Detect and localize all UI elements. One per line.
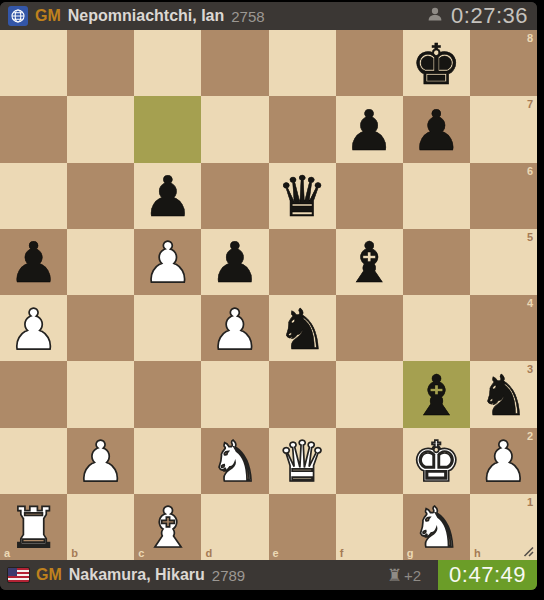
square-h8[interactable]: 8 (470, 30, 537, 96)
square-e6[interactable]: ♛ (269, 163, 336, 229)
file-label-b: b (71, 547, 78, 559)
rank-label-7: 7 (527, 98, 533, 110)
square-h3[interactable]: ♞3 (470, 361, 537, 427)
player-title: GM (36, 566, 62, 584)
square-c1[interactable]: ♝c (134, 494, 201, 560)
square-b8[interactable] (67, 30, 134, 96)
file-label-e: e (273, 547, 279, 559)
square-c7[interactable] (134, 96, 201, 162)
square-b4[interactable] (67, 295, 134, 361)
bottom-player-bar: GM Nakamura, Hikaru 2789 ♜ +2 0:47:49 (0, 560, 537, 590)
black-knight[interactable]: ♞ (478, 365, 528, 424)
square-h6[interactable]: 6 (470, 163, 537, 229)
square-b7[interactable] (67, 96, 134, 162)
white-bishop[interactable]: ♝ (143, 497, 193, 556)
us-flag-icon (8, 568, 29, 582)
square-d3[interactable] (201, 361, 268, 427)
chess-board[interactable]: ♚8♟♟7♟♛6♟♟♟♝5♟♟♞4♝♞3♟♞♛♚♟2♜ab♝cdef♞g1h (0, 30, 537, 560)
rank-label-3: 3 (527, 363, 533, 375)
player-name-link[interactable]: Nakamura, Hikaru (69, 566, 205, 584)
white-pawn[interactable]: ♟ (143, 232, 193, 291)
square-g7[interactable]: ♟ (403, 96, 470, 162)
black-bishop[interactable]: ♝ (344, 232, 394, 291)
square-d7[interactable] (201, 96, 268, 162)
square-d2[interactable]: ♞ (201, 428, 268, 494)
square-b5[interactable] (67, 229, 134, 295)
square-d6[interactable] (201, 163, 268, 229)
square-g2[interactable]: ♚ (403, 428, 470, 494)
player-title: GM (35, 7, 61, 25)
square-a6[interactable] (0, 163, 67, 229)
rank-label-4: 4 (527, 297, 533, 309)
square-f2[interactable] (336, 428, 403, 494)
rank-label-8: 8 (527, 32, 533, 44)
top-player-bar: GM Nepomniachtchi, Ian 2758 0:27:36 (0, 2, 537, 30)
square-c3[interactable] (134, 361, 201, 427)
square-g8[interactable]: ♚ (403, 30, 470, 96)
material-advantage: ♜ +2 (387, 567, 421, 584)
white-rook[interactable]: ♜ (8, 497, 58, 556)
file-label-a: a (4, 547, 10, 559)
material-count: +2 (404, 567, 421, 584)
black-pawn[interactable]: ♟ (143, 166, 193, 225)
square-c6[interactable]: ♟ (134, 163, 201, 229)
square-f3[interactable] (336, 361, 403, 427)
player-rating: 2758 (231, 8, 264, 25)
square-d1[interactable]: d (201, 494, 268, 560)
square-a7[interactable] (0, 96, 67, 162)
black-pawn[interactable]: ♟ (344, 100, 394, 159)
file-label-f: f (340, 547, 344, 559)
square-b2[interactable]: ♟ (67, 428, 134, 494)
spectator-bust-icon (426, 5, 444, 27)
square-f4[interactable] (336, 295, 403, 361)
square-e7[interactable] (269, 96, 336, 162)
square-h4[interactable]: 4 (470, 295, 537, 361)
square-h7[interactable]: 7 (470, 96, 537, 162)
rank-label-2: 2 (527, 430, 533, 442)
square-a1[interactable]: ♜a (0, 494, 67, 560)
rank-label-1: 1 (527, 496, 533, 508)
square-e4[interactable]: ♞ (269, 295, 336, 361)
square-b1[interactable]: b (67, 494, 134, 560)
square-d8[interactable] (201, 30, 268, 96)
square-g3[interactable]: ♝ (403, 361, 470, 427)
square-h2[interactable]: ♟2 (470, 428, 537, 494)
square-d4[interactable]: ♟ (201, 295, 268, 361)
square-a2[interactable] (0, 428, 67, 494)
square-c2[interactable] (134, 428, 201, 494)
square-f8[interactable] (336, 30, 403, 96)
square-a5[interactable]: ♟ (0, 229, 67, 295)
square-c5[interactable]: ♟ (134, 229, 201, 295)
square-f7[interactable]: ♟ (336, 96, 403, 162)
player-rating: 2789 (212, 567, 245, 584)
square-e5[interactable] (269, 229, 336, 295)
white-pawn[interactable]: ♟ (210, 299, 260, 358)
white-king[interactable]: ♚ (411, 431, 461, 490)
square-g1[interactable]: ♞g (403, 494, 470, 560)
black-king[interactable]: ♚ (411, 34, 461, 93)
rank-label-6: 6 (527, 165, 533, 177)
square-b3[interactable] (67, 361, 134, 427)
square-e8[interactable] (269, 30, 336, 96)
file-label-c: c (138, 547, 144, 559)
square-b6[interactable] (67, 163, 134, 229)
square-a3[interactable] (0, 361, 67, 427)
square-e2[interactable]: ♛ (269, 428, 336, 494)
square-e1[interactable]: e (269, 494, 336, 560)
square-a4[interactable]: ♟ (0, 295, 67, 361)
file-label-h: h (474, 547, 481, 559)
square-e3[interactable] (269, 361, 336, 427)
black-pawn[interactable]: ♟ (8, 232, 58, 291)
top-player-clock: 0:27:36 (451, 3, 537, 29)
square-f6[interactable] (336, 163, 403, 229)
square-g6[interactable] (403, 163, 470, 229)
white-pawn[interactable]: ♟ (478, 431, 528, 490)
square-c4[interactable] (134, 295, 201, 361)
black-pawn[interactable]: ♟ (411, 100, 461, 159)
black-pawn[interactable]: ♟ (210, 232, 260, 291)
square-f5[interactable]: ♝ (336, 229, 403, 295)
black-queen[interactable]: ♛ (277, 166, 327, 225)
white-queen[interactable]: ♛ (277, 431, 327, 490)
fide-globe-icon (8, 6, 28, 26)
bottom-player-clock: 0:47:49 (438, 560, 537, 590)
white-knight[interactable]: ♞ (210, 431, 260, 490)
square-a8[interactable] (0, 30, 67, 96)
square-f1[interactable]: f (336, 494, 403, 560)
square-c8[interactable] (134, 30, 201, 96)
square-g5[interactable] (403, 229, 470, 295)
square-g4[interactable] (403, 295, 470, 361)
file-label-g: g (407, 547, 414, 559)
white-pawn[interactable]: ♟ (76, 431, 126, 490)
black-knight[interactable]: ♞ (277, 299, 327, 358)
white-knight[interactable]: ♞ (411, 497, 461, 556)
square-d5[interactable]: ♟ (201, 229, 268, 295)
white-pawn[interactable]: ♟ (8, 299, 58, 358)
chess-tv-card: GM Nepomniachtchi, Ian 2758 0:27:36 ♚8♟♟… (0, 2, 537, 590)
captured-rook-icon: ♜ (387, 567, 402, 584)
player-name-link[interactable]: Nepomniachtchi, Ian (68, 7, 224, 25)
board-resize-handle[interactable] (522, 545, 534, 557)
file-label-d: d (205, 547, 212, 559)
rank-label-5: 5 (527, 231, 533, 243)
black-bishop[interactable]: ♝ (411, 365, 461, 424)
square-h5[interactable]: 5 (470, 229, 537, 295)
